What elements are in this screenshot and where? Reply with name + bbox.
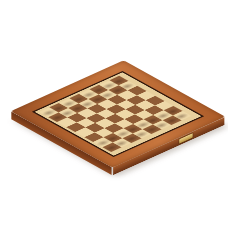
chess-set-photo: ♜♞♝♛♚♝♞♜♟♟♟♟♟♟♟♟♟♟♟♟♟♟♟♟♜♞♝♛♚♝♞♜	[0, 0, 228, 228]
board-3d: ♜♞♝♛♚♝♞♜♟♟♟♟♟♟♟♟♟♟♟♟♟♟♟♟♜♞♝♛♚♝♞♜	[11, 60, 226, 167]
board-frame: ♜♞♝♛♚♝♞♜♟♟♟♟♟♟♟♟♟♟♟♟♟♟♟♟♜♞♝♛♚♝♞♜	[11, 60, 226, 167]
piece-glyph: ♟	[50, 101, 64, 117]
piece-glyph: ♜	[102, 126, 121, 147]
